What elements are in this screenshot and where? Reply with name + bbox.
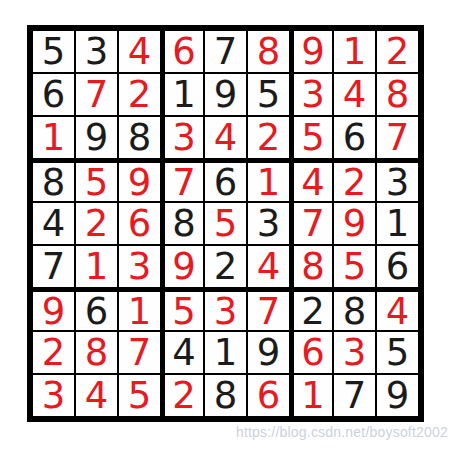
cell-r2c3: 2: [118, 73, 161, 116]
cell-r1c5: 7: [204, 30, 247, 73]
cell-r1c7: 9: [290, 30, 333, 73]
cell-r5c2: 2: [75, 202, 118, 245]
cell-r8c7: 6: [290, 331, 333, 374]
cell-r3c8: 6: [333, 116, 376, 159]
cell-r1c2: 3: [75, 30, 118, 73]
cell-r8c6: 9: [247, 331, 290, 374]
cell-r5c5: 5: [204, 202, 247, 245]
cell-r2c9: 8: [376, 73, 419, 116]
cell-r1c3: 4: [118, 30, 161, 73]
cell-r5c7: 7: [290, 202, 333, 245]
cell-r9c2: 4: [75, 374, 118, 417]
cell-r7c1: 9: [32, 288, 75, 331]
cell-r4c2: 5: [75, 159, 118, 202]
cell-r3c7: 5: [290, 116, 333, 159]
cell-r8c4: 4: [161, 331, 204, 374]
cell-r6c4: 9: [161, 245, 204, 288]
cell-r8c2: 8: [75, 331, 118, 374]
cell-r5c1: 4: [32, 202, 75, 245]
cell-r5c3: 6: [118, 202, 161, 245]
cell-r2c5: 9: [204, 73, 247, 116]
cell-r2c7: 3: [290, 73, 333, 116]
watermark-url: https://blog.csdn.net/boysoft2002: [236, 424, 448, 440]
cell-r8c8: 3: [333, 331, 376, 374]
cell-r2c1: 6: [32, 73, 75, 116]
cell-r8c5: 1: [204, 331, 247, 374]
cell-r8c3: 7: [118, 331, 161, 374]
cell-r9c5: 8: [204, 374, 247, 417]
cell-r4c6: 1: [247, 159, 290, 202]
cell-r6c8: 5: [333, 245, 376, 288]
cell-r2c6: 5: [247, 73, 290, 116]
cell-r9c3: 5: [118, 374, 161, 417]
cell-r3c1: 1: [32, 116, 75, 159]
cell-r6c1: 7: [32, 245, 75, 288]
cell-r1c6: 8: [247, 30, 290, 73]
cell-r9c1: 3: [32, 374, 75, 417]
cell-r6c5: 2: [204, 245, 247, 288]
cell-r9c6: 6: [247, 374, 290, 417]
cell-r9c9: 9: [376, 374, 419, 417]
sudoku-page: 5346789126721953481983425678597614234268…: [0, 0, 450, 450]
cell-r7c8: 8: [333, 288, 376, 331]
cell-r3c5: 4: [204, 116, 247, 159]
cell-r1c4: 6: [161, 30, 204, 73]
cell-r4c7: 4: [290, 159, 333, 202]
cell-r6c2: 1: [75, 245, 118, 288]
cell-r6c3: 3: [118, 245, 161, 288]
cell-r9c4: 2: [161, 374, 204, 417]
cell-r4c5: 6: [204, 159, 247, 202]
cell-r8c1: 2: [32, 331, 75, 374]
cell-r7c7: 2: [290, 288, 333, 331]
cell-r5c9: 1: [376, 202, 419, 245]
cell-r3c2: 9: [75, 116, 118, 159]
cell-r6c9: 6: [376, 245, 419, 288]
cell-r2c2: 7: [75, 73, 118, 116]
cell-r3c6: 2: [247, 116, 290, 159]
cell-r2c8: 4: [333, 73, 376, 116]
cell-r9c7: 1: [290, 374, 333, 417]
cell-r4c1: 8: [32, 159, 75, 202]
cell-r7c5: 3: [204, 288, 247, 331]
cell-r3c9: 7: [376, 116, 419, 159]
cell-r7c3: 1: [118, 288, 161, 331]
cell-r7c4: 5: [161, 288, 204, 331]
cell-r4c8: 2: [333, 159, 376, 202]
cell-r3c4: 3: [161, 116, 204, 159]
cell-r2c4: 1: [161, 73, 204, 116]
cell-r8c9: 5: [376, 331, 419, 374]
cell-r5c6: 3: [247, 202, 290, 245]
cell-r1c8: 1: [333, 30, 376, 73]
sudoku-board: 5346789126721953481983425678597614234268…: [27, 25, 424, 422]
cell-r4c4: 7: [161, 159, 204, 202]
cell-r5c8: 9: [333, 202, 376, 245]
cell-r3c3: 8: [118, 116, 161, 159]
cell-r5c4: 8: [161, 202, 204, 245]
cell-r7c9: 4: [376, 288, 419, 331]
cell-r4c9: 3: [376, 159, 419, 202]
cell-r7c2: 6: [75, 288, 118, 331]
cell-r1c1: 5: [32, 30, 75, 73]
cell-r6c7: 8: [290, 245, 333, 288]
cell-r4c3: 9: [118, 159, 161, 202]
cell-r1c9: 2: [376, 30, 419, 73]
cell-r6c6: 4: [247, 245, 290, 288]
cell-r7c6: 7: [247, 288, 290, 331]
cell-r9c8: 7: [333, 374, 376, 417]
